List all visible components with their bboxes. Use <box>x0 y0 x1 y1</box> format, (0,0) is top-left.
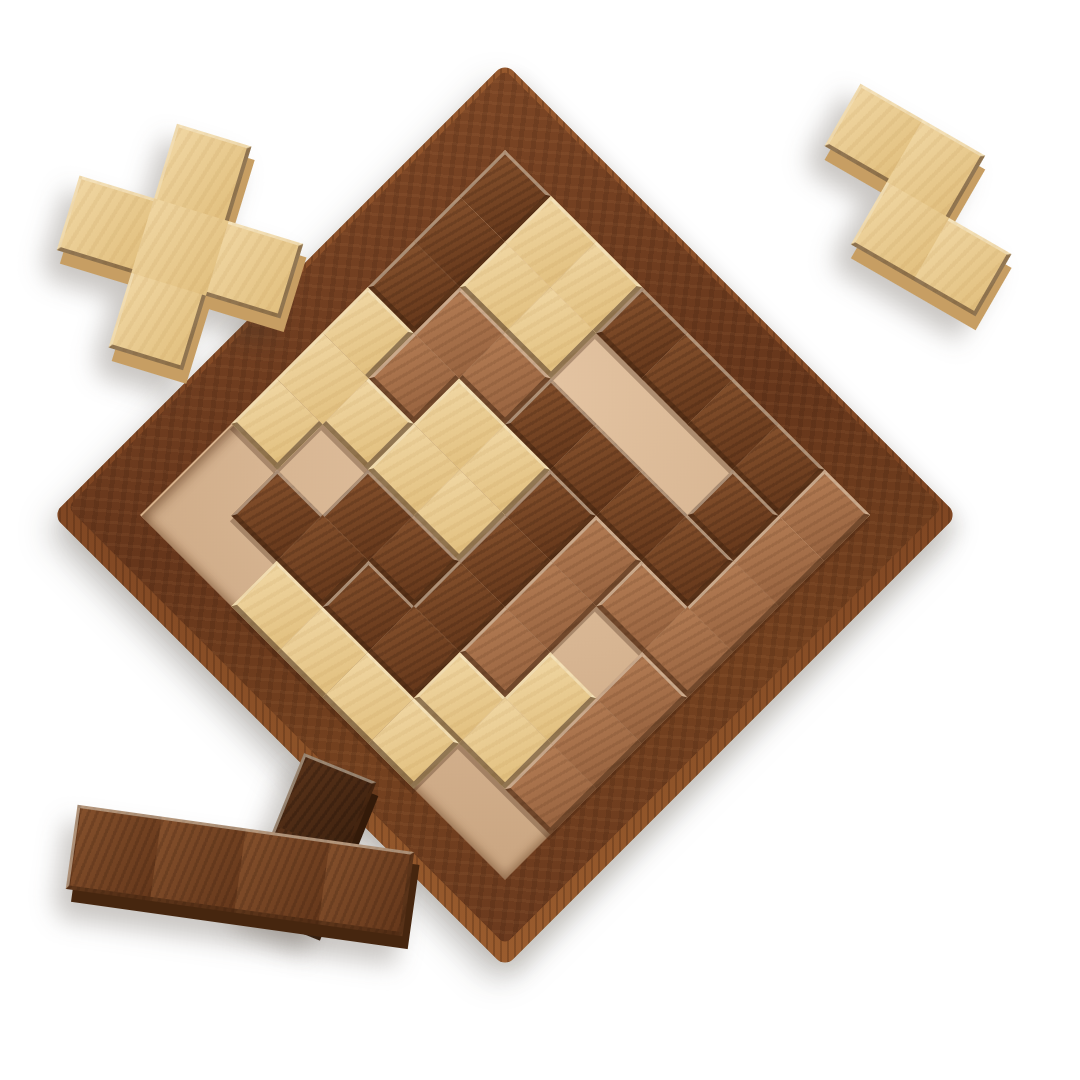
loose-piece-s[interactable] <box>788 84 1047 317</box>
loose-piece-X3-cell[interactable] <box>66 805 162 901</box>
loose-piece-X3-cell[interactable] <box>318 840 414 936</box>
loose-piece-X3-cell[interactable] <box>234 828 330 924</box>
loose-piece-X3-cell[interactable] <box>150 817 246 913</box>
product-photo <box>0 0 1080 1080</box>
